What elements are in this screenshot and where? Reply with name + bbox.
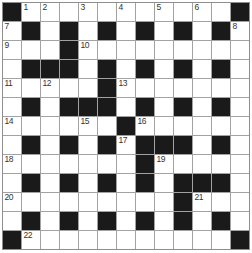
- white-cell-2-9[interactable]: [174, 41, 192, 59]
- black-cell-5-4: [79, 98, 97, 116]
- black-cell-7-11: [212, 136, 230, 154]
- black-cell-1-9: [174, 22, 192, 40]
- black-cell-1-11: [212, 22, 230, 40]
- white-cell-5-12[interactable]: [231, 98, 249, 116]
- white-cell-8-2[interactable]: [41, 155, 59, 173]
- clue-number-4: 4: [119, 3, 123, 12]
- white-cell-5-6[interactable]: [117, 98, 135, 116]
- white-cell-2-2[interactable]: [41, 41, 59, 59]
- black-cell-3-7: [136, 60, 154, 78]
- white-cell-10-10[interactable]: 21: [193, 193, 211, 211]
- black-cell-10-9: [174, 193, 192, 211]
- black-cell-9-3: [60, 174, 78, 192]
- clue-number-6: 6: [195, 3, 199, 12]
- black-cell-3-5: [98, 60, 116, 78]
- white-cell-10-2[interactable]: [41, 193, 59, 211]
- white-cell-6-4[interactable]: 15: [79, 117, 97, 135]
- black-cell-5-1: [22, 98, 40, 116]
- black-cell-3-11: [212, 60, 230, 78]
- black-cell-9-5: [98, 174, 116, 192]
- white-cell-5-8[interactable]: [155, 98, 173, 116]
- white-cell-7-12[interactable]: [231, 136, 249, 154]
- white-cell-5-2[interactable]: [41, 98, 59, 116]
- white-cell-3-8[interactable]: [155, 60, 173, 78]
- clue-number-7: 7: [5, 22, 9, 31]
- clue-number-15: 15: [81, 117, 89, 126]
- black-cell-3-9: [174, 60, 192, 78]
- black-cell-5-11: [212, 98, 230, 116]
- white-cell-0-2[interactable]: 2: [41, 3, 59, 21]
- white-cell-0-9[interactable]: [174, 3, 192, 21]
- white-cell-8-5[interactable]: [98, 155, 116, 173]
- black-cell-7-5: [98, 136, 116, 154]
- white-cell-3-4[interactable]: [79, 60, 97, 78]
- white-cell-6-12[interactable]: [231, 117, 249, 135]
- white-cell-10-0[interactable]: 20: [3, 193, 21, 211]
- white-cell-4-7[interactable]: [136, 79, 154, 97]
- black-cell-11-1: [22, 212, 40, 230]
- clue-number-21: 21: [195, 193, 203, 202]
- white-cell-12-6[interactable]: [117, 231, 135, 249]
- white-cell-4-8[interactable]: [155, 79, 173, 97]
- white-cell-12-9[interactable]: [174, 231, 192, 249]
- white-cell-8-8[interactable]: 19: [155, 155, 173, 173]
- black-cell-5-5: [98, 98, 116, 116]
- crossword-page: 12345678910111213141516171819202122: [0, 0, 252, 252]
- white-cell-0-11[interactable]: [212, 3, 230, 21]
- white-cell-12-7[interactable]: [136, 231, 154, 249]
- white-cell-0-3[interactable]: [60, 3, 78, 21]
- white-cell-4-9[interactable]: [174, 79, 192, 97]
- white-cell-7-10[interactable]: [193, 136, 211, 154]
- white-cell-6-9[interactable]: [174, 117, 192, 135]
- white-cell-9-4[interactable]: [79, 174, 97, 192]
- black-cell-4-5: [98, 79, 116, 97]
- white-cell-1-8[interactable]: [155, 22, 173, 40]
- white-cell-6-8[interactable]: [155, 117, 173, 135]
- black-cell-9-1: [22, 174, 40, 192]
- black-cell-5-7: [136, 98, 154, 116]
- black-cell-3-1: [22, 60, 40, 78]
- clue-number-10: 10: [81, 41, 89, 50]
- black-cell-11-11: [212, 212, 230, 230]
- black-cell-3-2: [41, 60, 59, 78]
- white-cell-1-2[interactable]: [41, 22, 59, 40]
- white-cell-11-2[interactable]: [41, 212, 59, 230]
- black-cell-7-9: [174, 136, 192, 154]
- black-cell-7-1: [22, 136, 40, 154]
- white-cell-12-1[interactable]: 22: [22, 231, 40, 249]
- white-cell-6-3[interactable]: [60, 117, 78, 135]
- clue-number-14: 14: [5, 117, 13, 126]
- white-cell-11-10[interactable]: [193, 212, 211, 230]
- black-cell-8-7: [136, 155, 154, 173]
- white-cell-0-7[interactable]: [136, 3, 154, 21]
- white-cell-5-0[interactable]: [3, 98, 21, 116]
- white-cell-2-0[interactable]: 9: [3, 41, 21, 59]
- clue-number-18: 18: [5, 155, 13, 164]
- black-cell-0-12: [231, 3, 249, 21]
- white-cell-2-1[interactable]: [22, 41, 40, 59]
- white-cell-4-3[interactable]: [60, 79, 78, 97]
- white-cell-8-4[interactable]: [79, 155, 97, 173]
- white-cell-7-0[interactable]: [3, 136, 21, 154]
- white-cell-7-2[interactable]: [41, 136, 59, 154]
- black-cell-5-9: [174, 98, 192, 116]
- clue-number-11: 11: [5, 79, 13, 88]
- black-cell-9-11: [212, 174, 230, 192]
- black-cell-6-6: [117, 117, 135, 135]
- white-cell-2-12[interactable]: [231, 41, 249, 59]
- black-cell-2-3: [60, 41, 78, 59]
- clue-number-19: 19: [157, 155, 165, 164]
- black-cell-5-3: [60, 98, 78, 116]
- black-cell-1-7: [136, 22, 154, 40]
- black-cell-11-3: [60, 212, 78, 230]
- black-cell-1-1: [22, 22, 40, 40]
- black-cell-11-9: [174, 212, 192, 230]
- white-cell-8-6[interactable]: [117, 155, 135, 173]
- white-cell-5-10[interactable]: [193, 98, 211, 116]
- clue-number-1: 1: [24, 3, 28, 12]
- black-cell-7-7: [136, 136, 154, 154]
- clue-number-9: 9: [5, 41, 9, 50]
- clue-number-17: 17: [119, 136, 127, 145]
- white-cell-9-2[interactable]: [41, 174, 59, 192]
- white-cell-1-12[interactable]: 8: [231, 22, 249, 40]
- white-cell-4-10[interactable]: [193, 79, 211, 97]
- black-cell-9-7: [136, 174, 154, 192]
- black-cell-7-3: [60, 136, 78, 154]
- white-cell-3-12[interactable]: [231, 60, 249, 78]
- clue-number-20: 20: [5, 193, 13, 202]
- white-cell-9-12[interactable]: [231, 174, 249, 192]
- white-cell-4-6[interactable]: 13: [117, 79, 135, 97]
- white-cell-11-0[interactable]: [3, 212, 21, 230]
- white-cell-12-5[interactable]: [98, 231, 116, 249]
- clue-number-22: 22: [24, 231, 32, 240]
- white-cell-10-7[interactable]: [136, 193, 154, 211]
- white-cell-10-8[interactable]: [155, 193, 173, 211]
- black-cell-11-7: [136, 212, 154, 230]
- white-cell-2-10[interactable]: [193, 41, 211, 59]
- white-cell-12-11[interactable]: [212, 231, 230, 249]
- white-cell-8-3[interactable]: [60, 155, 78, 173]
- white-cell-4-11[interactable]: [212, 79, 230, 97]
- white-cell-10-1[interactable]: [22, 193, 40, 211]
- black-cell-12-12: [231, 231, 249, 249]
- black-cell-0-0: [3, 3, 21, 21]
- clue-number-12: 12: [43, 79, 51, 88]
- black-cell-1-3: [60, 22, 78, 40]
- black-cell-12-0: [3, 231, 21, 249]
- white-cell-10-11[interactable]: [212, 193, 230, 211]
- white-cell-11-6[interactable]: [117, 212, 135, 230]
- white-cell-11-8[interactable]: [155, 212, 173, 230]
- white-cell-0-5[interactable]: [98, 3, 116, 21]
- white-cell-8-12[interactable]: [231, 155, 249, 173]
- black-cell-1-5: [98, 22, 116, 40]
- clue-number-3: 3: [81, 3, 85, 12]
- white-cell-7-4[interactable]: [79, 136, 97, 154]
- clue-number-5: 5: [157, 3, 161, 12]
- white-cell-3-0[interactable]: [3, 60, 21, 78]
- white-cell-11-4[interactable]: [79, 212, 97, 230]
- white-cell-10-3[interactable]: [60, 193, 78, 211]
- white-cell-6-0[interactable]: 14: [3, 117, 21, 135]
- white-cell-4-12[interactable]: [231, 79, 249, 97]
- white-cell-11-12[interactable]: [231, 212, 249, 230]
- white-cell-9-0[interactable]: [3, 174, 21, 192]
- white-cell-6-10[interactable]: [193, 117, 211, 135]
- white-cell-8-11[interactable]: [212, 155, 230, 173]
- white-cell-1-10[interactable]: [193, 22, 211, 40]
- white-cell-6-1[interactable]: [22, 117, 40, 135]
- clue-number-8: 8: [233, 22, 237, 31]
- white-cell-9-6[interactable]: [117, 174, 135, 192]
- black-cell-7-8: [155, 136, 173, 154]
- white-cell-10-4[interactable]: [79, 193, 97, 211]
- white-cell-12-2[interactable]: [41, 231, 59, 249]
- white-cell-1-0[interactable]: 7: [3, 22, 21, 40]
- white-cell-4-1[interactable]: [22, 79, 40, 97]
- white-cell-4-2[interactable]: 12: [41, 79, 59, 97]
- white-cell-12-10[interactable]: [193, 231, 211, 249]
- white-cell-1-4[interactable]: [79, 22, 97, 40]
- white-cell-0-10[interactable]: 6: [193, 3, 211, 21]
- white-cell-10-6[interactable]: [117, 193, 135, 211]
- white-cell-8-1[interactable]: [22, 155, 40, 173]
- white-cell-6-11[interactable]: [212, 117, 230, 135]
- black-cell-11-5: [98, 212, 116, 230]
- white-cell-4-0[interactable]: 11: [3, 79, 21, 97]
- black-cell-9-9: [174, 174, 192, 192]
- white-cell-8-0[interactable]: 18: [3, 155, 21, 173]
- clue-number-2: 2: [43, 3, 47, 12]
- white-cell-8-10[interactable]: [193, 155, 211, 173]
- white-cell-2-6[interactable]: [117, 41, 135, 59]
- black-cell-9-10: [193, 174, 211, 192]
- white-cell-10-5[interactable]: [98, 193, 116, 211]
- white-cell-2-4[interactable]: 10: [79, 41, 97, 59]
- white-cell-4-4[interactable]: [79, 79, 97, 97]
- white-cell-2-11[interactable]: [212, 41, 230, 59]
- white-cell-3-6[interactable]: [117, 60, 135, 78]
- white-cell-10-12[interactable]: [231, 193, 249, 211]
- white-cell-2-5[interactable]: [98, 41, 116, 59]
- black-cell-3-3: [60, 60, 78, 78]
- white-cell-2-7[interactable]: [136, 41, 154, 59]
- white-cell-6-7[interactable]: 16: [136, 117, 154, 135]
- white-cell-0-6[interactable]: 4: [117, 3, 135, 21]
- white-cell-12-3[interactable]: [60, 231, 78, 249]
- white-cell-12-8[interactable]: [155, 231, 173, 249]
- white-cell-6-5[interactable]: [98, 117, 116, 135]
- clue-number-16: 16: [138, 117, 146, 126]
- white-cell-0-4[interactable]: 3: [79, 3, 97, 21]
- clue-number-13: 13: [119, 79, 127, 88]
- white-cell-1-6[interactable]: [117, 22, 135, 40]
- white-cell-3-10[interactable]: [193, 60, 211, 78]
- white-cell-6-2[interactable]: [41, 117, 59, 135]
- white-cell-0-1[interactable]: 1: [22, 3, 40, 21]
- white-cell-12-4[interactable]: [79, 231, 97, 249]
- crossword-board: 12345678910111213141516171819202122: [2, 2, 250, 250]
- white-cell-0-8[interactable]: 5: [155, 3, 173, 21]
- white-cell-8-9[interactable]: [174, 155, 192, 173]
- white-cell-7-6[interactable]: 17: [117, 136, 135, 154]
- white-cell-2-8[interactable]: [155, 41, 173, 59]
- white-cell-9-8[interactable]: [155, 174, 173, 192]
